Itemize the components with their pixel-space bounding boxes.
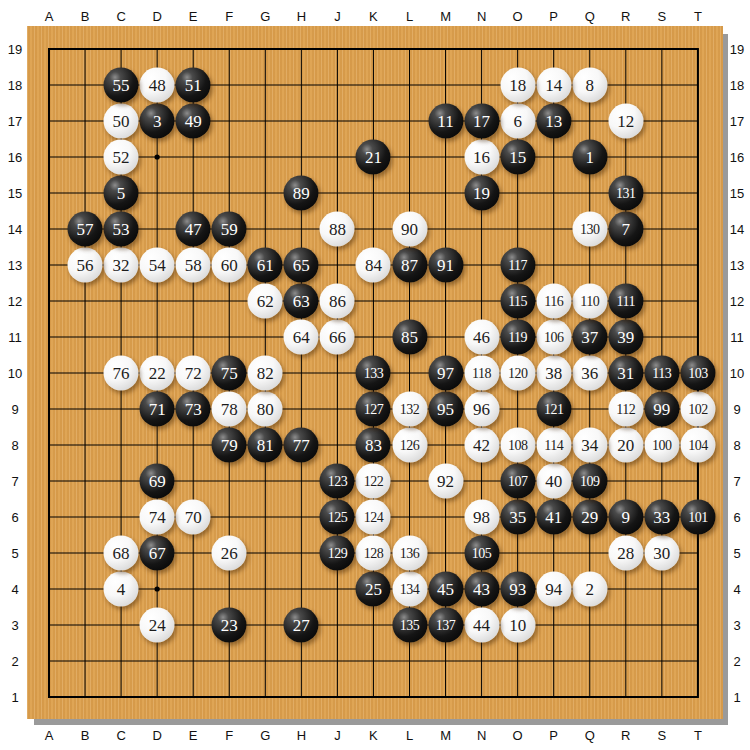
row-label-right-1: 1 xyxy=(733,691,740,704)
move-number: 26 xyxy=(221,545,238,562)
col-label-bottom-M: M xyxy=(440,729,451,742)
stone-q4-move-2: 2 xyxy=(572,572,607,607)
row-label-left-8: 8 xyxy=(11,439,18,452)
move-number: 103 xyxy=(688,366,708,380)
move-number: 32 xyxy=(113,257,130,274)
stone-n4-move-43: 43 xyxy=(464,572,499,607)
stone-e6-move-70: 70 xyxy=(176,500,211,535)
move-number: 22 xyxy=(149,365,166,382)
stone-k16-move-21: 21 xyxy=(356,140,391,175)
col-label-bottom-N: N xyxy=(477,729,486,742)
row-label-right-17: 17 xyxy=(730,115,744,128)
move-number: 128 xyxy=(364,546,384,560)
stone-d7-move-69: 69 xyxy=(140,464,175,499)
col-label-top-R: R xyxy=(621,10,630,23)
row-label-left-17: 17 xyxy=(8,115,22,128)
move-number: 7 xyxy=(622,221,631,238)
col-label-top-H: H xyxy=(297,10,306,23)
move-number: 95 xyxy=(437,401,454,418)
stone-p12-move-116: 116 xyxy=(536,284,571,319)
row-label-right-6: 6 xyxy=(733,511,740,524)
move-number: 130 xyxy=(580,222,600,236)
stone-l9-move-132: 132 xyxy=(392,392,427,427)
col-label-bottom-L: L xyxy=(406,729,413,742)
move-number: 79 xyxy=(221,437,238,454)
stone-r9-move-112: 112 xyxy=(608,392,643,427)
stone-n15-move-19: 19 xyxy=(464,176,499,211)
move-number: 57 xyxy=(77,221,94,238)
star-point xyxy=(155,154,160,159)
move-number: 71 xyxy=(149,401,166,418)
row-label-right-5: 5 xyxy=(733,547,740,560)
stone-o6-move-35: 35 xyxy=(500,500,535,535)
stone-e14-move-47: 47 xyxy=(176,212,211,247)
stone-g8-move-81: 81 xyxy=(248,428,283,463)
stone-r5-move-28: 28 xyxy=(608,536,643,571)
move-number: 54 xyxy=(149,257,166,274)
move-number: 110 xyxy=(580,294,599,308)
move-number: 125 xyxy=(328,510,348,524)
col-label-top-G: G xyxy=(260,10,270,23)
row-label-left-13: 13 xyxy=(8,259,22,272)
stone-m13-move-91: 91 xyxy=(428,248,463,283)
stone-h3-move-27: 27 xyxy=(284,608,319,643)
move-number: 118 xyxy=(472,366,491,380)
stone-l3-move-135: 135 xyxy=(392,608,427,643)
row-label-left-3: 3 xyxy=(11,619,18,632)
stone-c16-move-52: 52 xyxy=(104,140,139,175)
move-number: 101 xyxy=(688,510,708,524)
move-number: 40 xyxy=(545,473,562,490)
stone-q12-move-110: 110 xyxy=(572,284,607,319)
row-label-right-9: 9 xyxy=(733,403,740,416)
stone-s10-move-113: 113 xyxy=(644,356,679,391)
row-label-left-6: 6 xyxy=(11,511,18,524)
row-label-left-7: 7 xyxy=(11,475,18,488)
stone-c15-move-5: 5 xyxy=(104,176,139,211)
move-number: 21 xyxy=(365,149,382,166)
stone-p4-move-94: 94 xyxy=(536,572,571,607)
stone-f5-move-26: 26 xyxy=(212,536,247,571)
stone-g13-move-61: 61 xyxy=(248,248,283,283)
col-label-top-K: K xyxy=(369,10,378,23)
stone-n5-move-105: 105 xyxy=(464,536,499,571)
stone-k8-move-83: 83 xyxy=(356,428,391,463)
move-number: 90 xyxy=(401,221,418,238)
row-label-left-2: 2 xyxy=(11,655,18,668)
move-number: 43 xyxy=(473,581,490,598)
stone-p7-move-40: 40 xyxy=(536,464,571,499)
row-label-right-13: 13 xyxy=(730,259,744,272)
col-label-top-O: O xyxy=(513,10,523,23)
stone-d13-move-54: 54 xyxy=(140,248,175,283)
move-number: 14 xyxy=(545,77,562,94)
move-number: 80 xyxy=(257,401,274,418)
move-number: 99 xyxy=(653,401,670,418)
stone-f3-move-23: 23 xyxy=(212,608,247,643)
stone-q18-move-8: 8 xyxy=(572,68,607,103)
move-number: 91 xyxy=(437,257,454,274)
row-label-left-18: 18 xyxy=(8,79,22,92)
stone-o4-move-93: 93 xyxy=(500,572,535,607)
move-number: 23 xyxy=(221,617,238,634)
move-number: 5 xyxy=(117,185,126,202)
move-number: 60 xyxy=(221,257,238,274)
move-number: 34 xyxy=(581,437,598,454)
move-number: 132 xyxy=(400,402,420,416)
stone-h12-move-63: 63 xyxy=(284,284,319,319)
stone-n9-move-96: 96 xyxy=(464,392,499,427)
stone-o16-move-15: 15 xyxy=(500,140,535,175)
move-number: 46 xyxy=(473,329,490,346)
stone-m9-move-95: 95 xyxy=(428,392,463,427)
stone-q10-move-36: 36 xyxy=(572,356,607,391)
stone-n8-move-42: 42 xyxy=(464,428,499,463)
move-number: 122 xyxy=(364,474,384,488)
stone-q6-move-29: 29 xyxy=(572,500,607,535)
move-number: 126 xyxy=(400,438,420,452)
row-label-right-10: 10 xyxy=(730,367,744,380)
row-label-right-12: 12 xyxy=(730,295,744,308)
col-label-top-M: M xyxy=(440,10,451,23)
row-label-left-5: 5 xyxy=(11,547,18,560)
stone-f10-move-75: 75 xyxy=(212,356,247,391)
stone-f9-move-78: 78 xyxy=(212,392,247,427)
move-number: 27 xyxy=(293,617,310,634)
stone-r15-move-131: 131 xyxy=(608,176,643,211)
move-number: 73 xyxy=(185,401,202,418)
move-number: 85 xyxy=(401,329,418,346)
move-number: 16 xyxy=(473,149,490,166)
move-number: 93 xyxy=(509,581,526,598)
stone-d5-move-67: 67 xyxy=(140,536,175,571)
row-label-right-7: 7 xyxy=(733,475,740,488)
move-number: 67 xyxy=(149,545,166,562)
move-number: 111 xyxy=(617,294,635,308)
stone-o11-move-119: 119 xyxy=(500,320,535,355)
move-number: 77 xyxy=(293,437,310,454)
stone-t6-move-101: 101 xyxy=(680,500,715,535)
stone-o8-move-108: 108 xyxy=(500,428,535,463)
move-number: 81 xyxy=(257,437,274,454)
stone-c14-move-53: 53 xyxy=(104,212,139,247)
stone-o13-move-117: 117 xyxy=(500,248,535,283)
row-label-right-8: 8 xyxy=(733,439,740,452)
stone-j12-move-86: 86 xyxy=(320,284,355,319)
move-number: 64 xyxy=(293,329,310,346)
stone-r14-move-7: 7 xyxy=(608,212,643,247)
stone-e10-move-72: 72 xyxy=(176,356,211,391)
move-number: 104 xyxy=(688,438,708,452)
col-label-bottom-G: G xyxy=(260,729,270,742)
move-number: 120 xyxy=(508,366,528,380)
stone-c17-move-50: 50 xyxy=(104,104,139,139)
move-number: 29 xyxy=(581,509,598,526)
stone-f13-move-60: 60 xyxy=(212,248,247,283)
move-number: 8 xyxy=(586,77,595,94)
col-label-bottom-B: B xyxy=(81,729,90,742)
move-number: 55 xyxy=(113,77,130,94)
move-number: 86 xyxy=(329,293,346,310)
stone-h8-move-77: 77 xyxy=(284,428,319,463)
stone-d10-move-22: 22 xyxy=(140,356,175,391)
col-label-top-P: P xyxy=(549,10,558,23)
move-number: 134 xyxy=(400,582,420,596)
stone-o7-move-107: 107 xyxy=(500,464,535,499)
stone-k7-move-122: 122 xyxy=(356,464,391,499)
stone-r8-move-20: 20 xyxy=(608,428,643,463)
stone-g12-move-62: 62 xyxy=(248,284,283,319)
move-number: 136 xyxy=(400,546,420,560)
move-number: 30 xyxy=(653,545,670,562)
row-label-left-15: 15 xyxy=(8,187,22,200)
row-label-right-19: 19 xyxy=(730,43,744,56)
move-number: 72 xyxy=(185,365,202,382)
stone-s8-move-100: 100 xyxy=(644,428,679,463)
stone-p10-move-38: 38 xyxy=(536,356,571,391)
move-number: 94 xyxy=(545,581,562,598)
move-number: 107 xyxy=(508,474,528,488)
stone-h11-move-64: 64 xyxy=(284,320,319,355)
move-number: 105 xyxy=(472,546,492,560)
move-number: 6 xyxy=(513,113,522,130)
move-number: 50 xyxy=(113,113,130,130)
move-number: 35 xyxy=(509,509,526,526)
move-number: 109 xyxy=(580,474,600,488)
col-label-top-F: F xyxy=(225,10,233,23)
move-number: 39 xyxy=(617,329,634,346)
stone-k5-move-128: 128 xyxy=(356,536,391,571)
row-label-left-14: 14 xyxy=(8,223,22,236)
move-number: 2 xyxy=(586,581,595,598)
col-label-bottom-Q: Q xyxy=(585,729,595,742)
stone-n6-move-98: 98 xyxy=(464,500,499,535)
stone-p11-move-106: 106 xyxy=(536,320,571,355)
col-label-top-D: D xyxy=(152,10,161,23)
move-number: 33 xyxy=(653,509,670,526)
stone-c13-move-32: 32 xyxy=(104,248,139,283)
col-label-bottom-S: S xyxy=(658,729,667,742)
stone-l13-move-87: 87 xyxy=(392,248,427,283)
stone-o10-move-120: 120 xyxy=(500,356,535,391)
stone-r11-move-39: 39 xyxy=(608,320,643,355)
stone-q16-move-1: 1 xyxy=(572,140,607,175)
stone-l4-move-134: 134 xyxy=(392,572,427,607)
move-number: 133 xyxy=(364,366,384,380)
move-number: 63 xyxy=(293,293,310,310)
stone-b13-move-56: 56 xyxy=(68,248,103,283)
stone-s6-move-33: 33 xyxy=(644,500,679,535)
move-number: 78 xyxy=(221,401,238,418)
stone-k10-move-133: 133 xyxy=(356,356,391,391)
stone-n11-move-46: 46 xyxy=(464,320,499,355)
col-label-bottom-H: H xyxy=(297,729,306,742)
go-diagram-page: AABBCCDDEEFFGGHHJJKKLLMMNNOOPPQQRRSSTT19… xyxy=(0,0,750,750)
move-number: 3 xyxy=(153,113,162,130)
move-number: 18 xyxy=(509,77,526,94)
stone-l8-move-126: 126 xyxy=(392,428,427,463)
move-number: 47 xyxy=(185,221,202,238)
stone-e17-move-49: 49 xyxy=(176,104,211,139)
move-number: 48 xyxy=(149,77,166,94)
stone-o3-move-10: 10 xyxy=(500,608,535,643)
move-number: 52 xyxy=(113,149,130,166)
col-label-top-A: A xyxy=(45,10,54,23)
stone-g9-move-80: 80 xyxy=(248,392,283,427)
col-label-top-L: L xyxy=(406,10,413,23)
move-number: 89 xyxy=(293,185,310,202)
move-number: 98 xyxy=(473,509,490,526)
move-number: 96 xyxy=(473,401,490,418)
stone-r12-move-111: 111 xyxy=(608,284,643,319)
move-number: 65 xyxy=(293,257,310,274)
move-number: 69 xyxy=(149,473,166,490)
col-label-bottom-C: C xyxy=(116,729,125,742)
move-number: 114 xyxy=(544,438,563,452)
move-number: 135 xyxy=(400,618,420,632)
stone-t10-move-103: 103 xyxy=(680,356,715,391)
col-label-top-B: B xyxy=(81,10,90,23)
move-number: 15 xyxy=(509,149,526,166)
move-number: 58 xyxy=(185,257,202,274)
move-number: 1 xyxy=(586,149,595,166)
stone-r10-move-31: 31 xyxy=(608,356,643,391)
move-number: 41 xyxy=(545,509,562,526)
stone-c18-move-55: 55 xyxy=(104,68,139,103)
move-number: 121 xyxy=(544,402,564,416)
stone-l14-move-90: 90 xyxy=(392,212,427,247)
move-number: 19 xyxy=(473,185,490,202)
move-number: 4 xyxy=(117,581,126,598)
stone-r6-move-9: 9 xyxy=(608,500,643,535)
move-number: 20 xyxy=(617,437,634,454)
move-number: 13 xyxy=(545,113,562,130)
col-label-top-S: S xyxy=(658,10,667,23)
stone-f14-move-59: 59 xyxy=(212,212,247,247)
stone-d6-move-74: 74 xyxy=(140,500,175,535)
move-number: 24 xyxy=(149,617,166,634)
move-number: 45 xyxy=(437,581,454,598)
col-label-top-E: E xyxy=(189,10,198,23)
move-number: 59 xyxy=(221,221,238,238)
move-number: 66 xyxy=(329,329,346,346)
move-number: 102 xyxy=(688,402,708,416)
stone-m4-move-45: 45 xyxy=(428,572,463,607)
move-number: 68 xyxy=(113,545,130,562)
stone-p9-move-121: 121 xyxy=(536,392,571,427)
row-label-right-2: 2 xyxy=(733,655,740,668)
move-number: 82 xyxy=(257,365,274,382)
move-number: 56 xyxy=(77,257,94,274)
row-label-right-4: 4 xyxy=(733,583,740,596)
move-number: 12 xyxy=(617,113,634,130)
stone-o17-move-6: 6 xyxy=(500,104,535,139)
col-label-bottom-F: F xyxy=(225,729,233,742)
stone-m3-move-137: 137 xyxy=(428,608,463,643)
stone-d17-move-3: 3 xyxy=(140,104,175,139)
move-number: 116 xyxy=(544,294,563,308)
move-number: 131 xyxy=(616,186,636,200)
stone-c5-move-68: 68 xyxy=(104,536,139,571)
move-number: 31 xyxy=(617,365,634,382)
stone-q14-move-130: 130 xyxy=(572,212,607,247)
row-label-left-4: 4 xyxy=(11,583,18,596)
move-number: 25 xyxy=(365,581,382,598)
move-number: 36 xyxy=(581,365,598,382)
stone-n3-move-44: 44 xyxy=(464,608,499,643)
move-number: 119 xyxy=(508,330,527,344)
stone-c4-move-4: 4 xyxy=(104,572,139,607)
col-label-bottom-E: E xyxy=(189,729,198,742)
stone-k9-move-127: 127 xyxy=(356,392,391,427)
stone-j7-move-123: 123 xyxy=(320,464,355,499)
move-number: 37 xyxy=(581,329,598,346)
move-number: 117 xyxy=(508,258,527,272)
stone-e9-move-73: 73 xyxy=(176,392,211,427)
move-number: 87 xyxy=(401,257,418,274)
move-number: 28 xyxy=(617,545,634,562)
move-number: 106 xyxy=(544,330,564,344)
move-number: 61 xyxy=(257,257,274,274)
move-number: 51 xyxy=(185,77,202,94)
row-label-left-1: 1 xyxy=(11,691,18,704)
stone-b14-move-57: 57 xyxy=(68,212,103,247)
row-label-right-3: 3 xyxy=(733,619,740,632)
stone-t8-move-104: 104 xyxy=(680,428,715,463)
col-label-bottom-T: T xyxy=(694,729,702,742)
stone-k4-move-25: 25 xyxy=(356,572,391,607)
stone-n17-move-17: 17 xyxy=(464,104,499,139)
move-number: 42 xyxy=(473,437,490,454)
stone-m17-move-11: 11 xyxy=(428,104,463,139)
stone-q7-move-109: 109 xyxy=(572,464,607,499)
stone-l5-move-136: 136 xyxy=(392,536,427,571)
stone-m7-move-92: 92 xyxy=(428,464,463,499)
stone-h13-move-65: 65 xyxy=(284,248,319,283)
col-label-bottom-O: O xyxy=(513,729,523,742)
move-number: 38 xyxy=(545,365,562,382)
move-number: 97 xyxy=(437,365,454,382)
stone-q8-move-34: 34 xyxy=(572,428,607,463)
col-label-bottom-J: J xyxy=(334,729,341,742)
stone-c10-move-76: 76 xyxy=(104,356,139,391)
move-number: 113 xyxy=(652,366,671,380)
stone-d3-move-24: 24 xyxy=(140,608,175,643)
move-number: 17 xyxy=(473,113,490,130)
move-number: 10 xyxy=(509,617,526,634)
move-number: 137 xyxy=(436,618,456,632)
move-number: 127 xyxy=(364,402,384,416)
row-label-left-10: 10 xyxy=(8,367,22,380)
stone-j11-move-66: 66 xyxy=(320,320,355,355)
stone-l11-move-85: 85 xyxy=(392,320,427,355)
stone-o18-move-18: 18 xyxy=(500,68,535,103)
stone-o12-move-115: 115 xyxy=(500,284,535,319)
stone-j6-move-125: 125 xyxy=(320,500,355,535)
col-label-bottom-D: D xyxy=(152,729,161,742)
move-number: 92 xyxy=(437,473,454,490)
stone-j14-move-88: 88 xyxy=(320,212,355,247)
stone-s5-move-30: 30 xyxy=(644,536,679,571)
stone-t9-move-102: 102 xyxy=(680,392,715,427)
row-label-right-15: 15 xyxy=(730,187,744,200)
col-label-top-T: T xyxy=(694,10,702,23)
move-number: 70 xyxy=(185,509,202,526)
move-number: 53 xyxy=(113,221,130,238)
stone-g10-move-82: 82 xyxy=(248,356,283,391)
move-number: 123 xyxy=(328,474,348,488)
row-label-left-19: 19 xyxy=(8,43,22,56)
